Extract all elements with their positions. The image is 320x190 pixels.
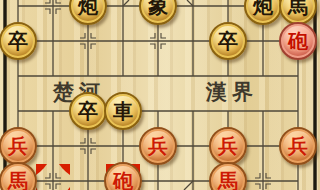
- xiangqi-board[interactable]: 楚河 漢界 炮象炮馬卒卒砲卒車兵兵兵兵馬砲馬: [0, 0, 320, 190]
- piece-red-soldier[interactable]: 兵: [279, 127, 317, 165]
- piece-black-chariot[interactable]: 車: [104, 92, 142, 130]
- piece-black-soldier[interactable]: 卒: [0, 22, 37, 60]
- piece-red-cannon[interactable]: 砲: [279, 22, 317, 60]
- marker-corner: [36, 164, 47, 175]
- piece-red-soldier[interactable]: 兵: [139, 127, 177, 165]
- piece-black-soldier[interactable]: 卒: [69, 92, 107, 130]
- marker-corner: [59, 164, 70, 175]
- marker-corner: [59, 187, 70, 190]
- river-label-han-jie: 漢界: [206, 80, 258, 104]
- marker-corner: [36, 187, 47, 190]
- last-move-marker-from: [36, 164, 70, 190]
- piece-red-soldier[interactable]: 兵: [209, 127, 247, 165]
- piece-red-soldier[interactable]: 兵: [0, 127, 37, 165]
- piece-black-soldier[interactable]: 卒: [209, 22, 247, 60]
